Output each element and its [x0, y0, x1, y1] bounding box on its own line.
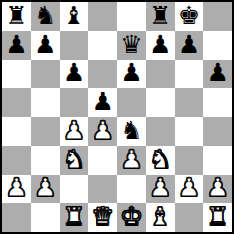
square-g6[interactable] — [175, 60, 204, 89]
square-h6[interactable]: ♟ — [203, 60, 232, 89]
white-bishop: ♝ — [149, 204, 171, 229]
white-pawn: ♟ — [149, 175, 171, 200]
square-e4[interactable]: ♞ — [117, 117, 146, 146]
square-c4[interactable]: ♟ — [60, 117, 89, 146]
square-f6[interactable] — [146, 60, 175, 89]
black-queen: ♛ — [120, 32, 142, 57]
black-pawn: ♟ — [206, 60, 228, 85]
square-b1[interactable] — [31, 203, 60, 232]
square-f7[interactable]: ♟ — [146, 31, 175, 60]
white-pawn: ♟ — [91, 118, 113, 143]
black-bishop: ♝ — [63, 3, 85, 28]
square-c5[interactable] — [60, 88, 89, 117]
square-g2[interactable]: ♟ — [175, 175, 204, 204]
white-pawn: ♟ — [206, 175, 228, 200]
square-h4[interactable] — [203, 117, 232, 146]
white-knight: ♞ — [63, 147, 85, 172]
white-pawn: ♟ — [178, 175, 200, 200]
black-rook: ♜ — [149, 3, 171, 28]
square-c8[interactable]: ♝ — [60, 2, 89, 31]
black-pawn: ♟ — [34, 32, 56, 57]
square-a7[interactable]: ♟ — [2, 31, 31, 60]
square-e1[interactable]: ♚ — [117, 203, 146, 232]
square-g5[interactable] — [175, 88, 204, 117]
black-pawn: ♟ — [149, 32, 171, 57]
white-knight: ♞ — [149, 147, 171, 172]
black-pawn: ♟ — [5, 32, 27, 57]
square-c2[interactable] — [60, 175, 89, 204]
white-pawn: ♟ — [5, 175, 27, 200]
black-pawn: ♟ — [63, 60, 85, 85]
square-a5[interactable] — [2, 88, 31, 117]
square-h2[interactable]: ♟ — [203, 175, 232, 204]
square-d4[interactable]: ♟ — [88, 117, 117, 146]
square-b8[interactable]: ♞ — [31, 2, 60, 31]
white-pawn: ♟ — [34, 175, 56, 200]
square-f5[interactable] — [146, 88, 175, 117]
square-h3[interactable] — [203, 146, 232, 175]
chess-board-frame: ♜♞♝♜♚♟♟♛♟♟♟♟♟♟♟♟♞♞♟♞♟♟♟♟♟♜♛♚♝♜ — [0, 0, 234, 234]
square-a3[interactable] — [2, 146, 31, 175]
square-h7[interactable] — [203, 31, 232, 60]
square-d2[interactable] — [88, 175, 117, 204]
square-e5[interactable] — [117, 88, 146, 117]
square-g1[interactable] — [175, 203, 204, 232]
square-b3[interactable] — [31, 146, 60, 175]
white-rook: ♜ — [206, 204, 228, 229]
square-a1[interactable] — [2, 203, 31, 232]
square-d8[interactable] — [88, 2, 117, 31]
square-c3[interactable]: ♞ — [60, 146, 89, 175]
square-g4[interactable] — [175, 117, 204, 146]
black-pawn: ♟ — [91, 89, 113, 114]
square-e3[interactable]: ♟ — [117, 146, 146, 175]
square-g3[interactable] — [175, 146, 204, 175]
square-a4[interactable] — [2, 117, 31, 146]
white-rook: ♜ — [63, 204, 85, 229]
square-h8[interactable] — [203, 2, 232, 31]
black-knight: ♞ — [120, 118, 142, 143]
square-a8[interactable]: ♜ — [2, 2, 31, 31]
square-a2[interactable]: ♟ — [2, 175, 31, 204]
square-b4[interactable] — [31, 117, 60, 146]
square-e2[interactable] — [117, 175, 146, 204]
square-c7[interactable] — [60, 31, 89, 60]
white-king: ♚ — [120, 204, 142, 229]
black-king: ♚ — [178, 3, 200, 28]
white-queen: ♛ — [91, 204, 113, 229]
square-h5[interactable] — [203, 88, 232, 117]
square-b7[interactable]: ♟ — [31, 31, 60, 60]
square-f2[interactable]: ♟ — [146, 175, 175, 204]
square-d3[interactable] — [88, 146, 117, 175]
square-e8[interactable] — [117, 2, 146, 31]
square-f1[interactable]: ♝ — [146, 203, 175, 232]
black-rook: ♜ — [5, 3, 27, 28]
square-c6[interactable]: ♟ — [60, 60, 89, 89]
square-f8[interactable]: ♜ — [146, 2, 175, 31]
black-knight: ♞ — [34, 3, 56, 28]
square-b6[interactable] — [31, 60, 60, 89]
square-f3[interactable]: ♞ — [146, 146, 175, 175]
square-b2[interactable]: ♟ — [31, 175, 60, 204]
white-pawn: ♟ — [63, 118, 85, 143]
square-e7[interactable]: ♛ — [117, 31, 146, 60]
square-d5[interactable]: ♟ — [88, 88, 117, 117]
square-c1[interactable]: ♜ — [60, 203, 89, 232]
square-e6[interactable]: ♟ — [117, 60, 146, 89]
square-b5[interactable] — [31, 88, 60, 117]
chess-board: ♜♞♝♜♚♟♟♛♟♟♟♟♟♟♟♟♞♞♟♞♟♟♟♟♟♜♛♚♝♜ — [2, 2, 232, 232]
square-a6[interactable] — [2, 60, 31, 89]
black-pawn: ♟ — [120, 60, 142, 85]
square-g7[interactable]: ♟ — [175, 31, 204, 60]
square-d1[interactable]: ♛ — [88, 203, 117, 232]
square-d6[interactable] — [88, 60, 117, 89]
black-pawn: ♟ — [178, 32, 200, 57]
square-d7[interactable] — [88, 31, 117, 60]
white-pawn: ♟ — [120, 147, 142, 172]
square-f4[interactable] — [146, 117, 175, 146]
square-g8[interactable]: ♚ — [175, 2, 204, 31]
square-h1[interactable]: ♜ — [203, 203, 232, 232]
